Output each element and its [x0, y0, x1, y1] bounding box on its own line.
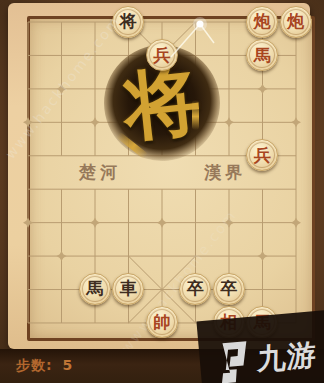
- niugame-logo-text: 九游: [257, 335, 317, 380]
- piece-兵[interactable]: 兵: [146, 39, 178, 71]
- nine-logo-icon: [214, 340, 252, 383]
- piece-卒[interactable]: 卒: [213, 273, 245, 305]
- pieces-layer: 将炮炮兵馬兵馬車卒卒帥相馬: [11, 5, 313, 339]
- piece-帥[interactable]: 帥: [146, 306, 178, 338]
- piece-馬[interactable]: 馬: [246, 39, 278, 71]
- piece-車[interactable]: 車: [112, 273, 144, 305]
- piece-将[interactable]: 将: [112, 6, 144, 38]
- piece-炮[interactable]: 炮: [280, 6, 312, 38]
- step-counter-label: 步数:: [16, 357, 53, 373]
- piece-兵[interactable]: 兵: [246, 139, 278, 171]
- game-screen: 楚河 漢界 将 将炮炮兵馬兵馬車卒卒帥相馬 www.hackhome.com w…: [0, 0, 324, 383]
- piece-卒[interactable]: 卒: [179, 273, 211, 305]
- niugame-watermark: 九游: [196, 309, 324, 383]
- step-counter: 步数:5: [16, 357, 73, 375]
- step-counter-value: 5: [63, 357, 74, 373]
- piece-炮[interactable]: 炮: [246, 6, 278, 38]
- piece-馬[interactable]: 馬: [79, 273, 111, 305]
